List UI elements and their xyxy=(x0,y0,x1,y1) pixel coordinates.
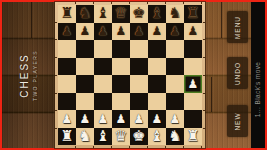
piece-black-queen: ♛ xyxy=(114,6,127,21)
square-g6[interactable] xyxy=(166,40,184,58)
square-d8[interactable]: ♛ xyxy=(112,5,130,23)
piece-black-bishop: ♝ xyxy=(96,6,109,21)
square-e4[interactable] xyxy=(130,75,148,93)
square-b4[interactable] xyxy=(76,75,94,93)
square-b8[interactable]: ♞ xyxy=(76,5,94,23)
square-f2[interactable]: ♟ xyxy=(148,110,166,128)
square-c7[interactable]: ♟ xyxy=(94,23,112,41)
chess-board-grid: ♜♞♝♛♚♝♞♜♟♟♟♟♟♟♟♟♟♟♟♟♟♟♟♟♜♞♝♛♚♝♞♜ xyxy=(58,5,202,145)
board-ticks-bottom xyxy=(58,146,202,148)
square-e5[interactable] xyxy=(130,58,148,76)
square-h1[interactable]: ♜ xyxy=(184,128,202,146)
square-a4[interactable] xyxy=(58,75,76,93)
square-b5[interactable] xyxy=(76,58,94,76)
piece-white-pawn: ♟ xyxy=(170,113,181,125)
app-subtitle: TWO PLAYERS xyxy=(32,49,38,100)
piece-black-pawn: ♟ xyxy=(152,25,163,37)
wood-plank-joint xyxy=(211,77,212,112)
square-d3[interactable] xyxy=(112,93,130,111)
square-e1[interactable]: ♚ xyxy=(130,128,148,146)
move-indicator-text: 1... Black's move xyxy=(255,61,262,117)
square-h3[interactable] xyxy=(184,93,202,111)
piece-white-pawn: ♟ xyxy=(62,113,73,125)
square-g5[interactable] xyxy=(166,58,184,76)
square-e2[interactable]: ♟ xyxy=(130,110,148,128)
piece-white-pawn: ♟ xyxy=(134,113,145,125)
square-g1[interactable]: ♞ xyxy=(166,128,184,146)
square-f6[interactable] xyxy=(148,40,166,58)
piece-black-rook: ♜ xyxy=(60,6,73,21)
square-f1[interactable]: ♝ xyxy=(148,128,166,146)
square-f7[interactable]: ♟ xyxy=(148,23,166,41)
square-h7[interactable]: ♟ xyxy=(184,23,202,41)
square-a6[interactable] xyxy=(58,40,76,58)
square-g3[interactable] xyxy=(166,93,184,111)
status-bar: 1... Black's move xyxy=(251,2,265,148)
menu-button[interactable]: MENU xyxy=(227,11,248,43)
square-c3[interactable] xyxy=(94,93,112,111)
square-b7[interactable]: ♟ xyxy=(76,23,94,41)
piece-black-pawn: ♟ xyxy=(116,25,127,37)
piece-white-rook: ♜ xyxy=(60,129,73,144)
square-c5[interactable] xyxy=(94,58,112,76)
piece-white-bishop: ♝ xyxy=(150,129,163,144)
board-ticks-right xyxy=(203,5,205,145)
square-a3[interactable] xyxy=(58,93,76,111)
square-c1[interactable]: ♝ xyxy=(94,128,112,146)
square-b6[interactable] xyxy=(76,40,94,58)
piece-white-pawn: ♟ xyxy=(188,78,199,90)
square-c2[interactable]: ♟ xyxy=(94,110,112,128)
square-h2[interactable] xyxy=(184,110,202,128)
square-f8[interactable]: ♝ xyxy=(148,5,166,23)
square-g2[interactable]: ♟ xyxy=(166,110,184,128)
piece-black-pawn: ♟ xyxy=(188,25,199,37)
piece-black-pawn: ♟ xyxy=(62,25,73,37)
piece-black-pawn: ♟ xyxy=(80,25,91,37)
piece-black-rook: ♜ xyxy=(186,6,199,21)
square-c8[interactable]: ♝ xyxy=(94,5,112,23)
square-a1[interactable]: ♜ xyxy=(58,128,76,146)
square-g7[interactable]: ♟ xyxy=(166,23,184,41)
square-d2[interactable]: ♟ xyxy=(112,110,130,128)
square-d1[interactable]: ♛ xyxy=(112,128,130,146)
square-a8[interactable]: ♜ xyxy=(58,5,76,23)
square-b3[interactable] xyxy=(76,93,94,111)
square-a5[interactable] xyxy=(58,58,76,76)
square-h6[interactable] xyxy=(184,40,202,58)
square-f3[interactable] xyxy=(148,93,166,111)
square-h8[interactable]: ♜ xyxy=(184,5,202,23)
piece-white-king: ♚ xyxy=(132,129,145,144)
square-a7[interactable]: ♟ xyxy=(58,23,76,41)
square-h4[interactable]: ♟ xyxy=(184,75,202,93)
piece-white-knight: ♞ xyxy=(78,129,91,144)
piece-white-pawn: ♟ xyxy=(116,113,127,125)
square-a2[interactable]: ♟ xyxy=(58,110,76,128)
piece-black-knight: ♞ xyxy=(78,6,91,21)
board-ticks-left xyxy=(55,5,57,145)
piece-black-pawn: ♟ xyxy=(170,25,181,37)
menu-button-label: MENU xyxy=(234,15,241,38)
square-d7[interactable]: ♟ xyxy=(112,23,130,41)
chess-board: ♜♞♝♛♚♝♞♜♟♟♟♟♟♟♟♟♟♟♟♟♟♟♟♟♜♞♝♛♚♝♞♜ xyxy=(55,2,205,148)
piece-black-pawn: ♟ xyxy=(134,25,145,37)
square-g4[interactable] xyxy=(166,75,184,93)
square-b2[interactable]: ♟ xyxy=(76,110,94,128)
square-b1[interactable]: ♞ xyxy=(76,128,94,146)
piece-black-king: ♚ xyxy=(132,6,145,21)
undo-button-label: UNDO xyxy=(234,61,241,84)
undo-button[interactable]: UNDO xyxy=(227,57,248,89)
square-e3[interactable] xyxy=(130,93,148,111)
piece-black-bishop: ♝ xyxy=(150,6,163,21)
title-area: CHESS TWO PLAYERS xyxy=(2,2,55,148)
square-d5[interactable] xyxy=(112,58,130,76)
piece-white-rook: ♜ xyxy=(186,129,199,144)
new-game-button-label: NEW xyxy=(234,112,241,130)
square-d6[interactable] xyxy=(112,40,130,58)
square-e7[interactable]: ♟ xyxy=(130,23,148,41)
piece-white-knight: ♞ xyxy=(168,129,181,144)
piece-white-pawn: ♟ xyxy=(80,113,91,125)
piece-white-pawn: ♟ xyxy=(152,113,163,125)
square-e6[interactable] xyxy=(130,40,148,58)
square-e8[interactable]: ♚ xyxy=(130,5,148,23)
app-screen: CHESS TWO PLAYERS ♜♞♝♛♚♝♞♜♟♟♟♟♟♟♟♟♟♟♟♟♟♟… xyxy=(0,0,267,150)
piece-white-pawn: ♟ xyxy=(98,113,109,125)
piece-white-queen: ♛ xyxy=(114,129,127,144)
square-c4[interactable] xyxy=(94,75,112,93)
square-f4[interactable] xyxy=(148,75,166,93)
square-d4[interactable] xyxy=(112,75,130,93)
square-c6[interactable] xyxy=(94,40,112,58)
piece-white-bishop: ♝ xyxy=(96,129,109,144)
piece-black-pawn: ♟ xyxy=(98,25,109,37)
app-title: CHESS xyxy=(19,49,30,100)
square-h5[interactable] xyxy=(184,58,202,76)
new-game-button[interactable]: NEW xyxy=(227,105,248,137)
wood-plank-joint xyxy=(221,2,222,38)
piece-black-knight: ♞ xyxy=(168,6,181,21)
square-f5[interactable] xyxy=(148,58,166,76)
square-g8[interactable]: ♞ xyxy=(166,5,184,23)
